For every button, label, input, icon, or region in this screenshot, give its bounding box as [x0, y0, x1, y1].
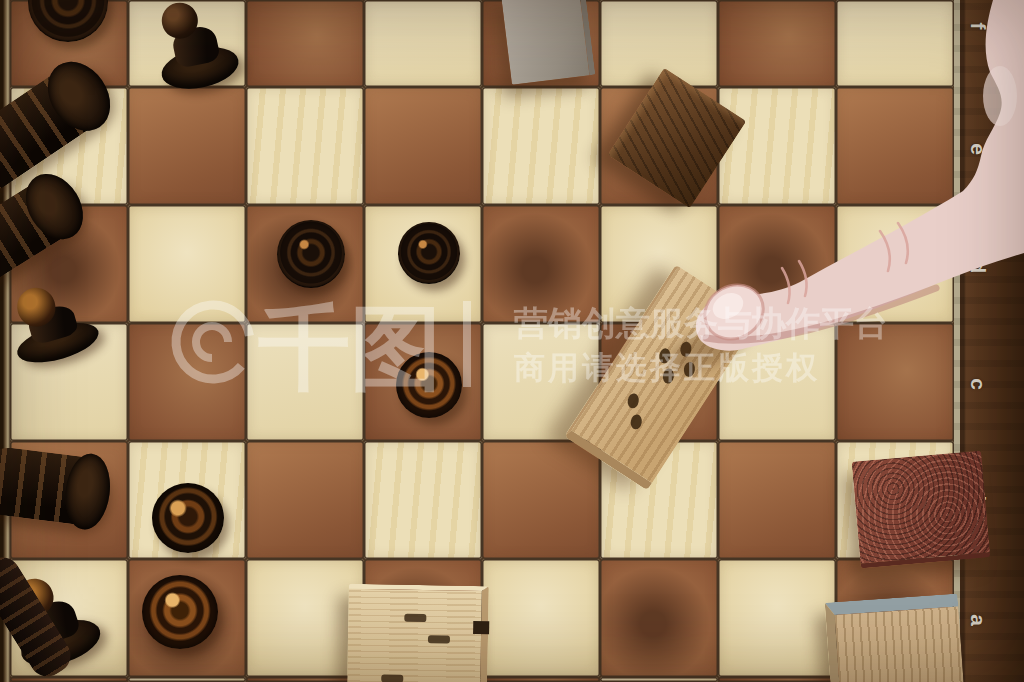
hand	[0, 0, 1024, 682]
chessboard-photo: fedcba 千图 营销创意服务与协作平台 商用请选择正版授权	[0, 0, 1024, 682]
knuckle-highlight	[983, 66, 1017, 126]
